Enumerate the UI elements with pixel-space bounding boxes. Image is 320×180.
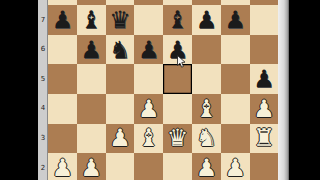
- black-pawn-h5[interactable]: ♟: [253, 67, 275, 91]
- square-b7[interactable]: ♝: [77, 5, 106, 35]
- white-pawn-a2[interactable]: ♟: [52, 156, 74, 180]
- black-pawn-b6[interactable]: ♟: [80, 38, 102, 62]
- square-g7[interactable]: ♟: [221, 5, 250, 35]
- square-f7[interactable]: ♟: [192, 5, 221, 35]
- rank-label-7: 7: [38, 17, 48, 24]
- square-d7[interactable]: [134, 5, 163, 35]
- board-right-edge: [278, 0, 289, 180]
- square-c2[interactable]: [106, 153, 135, 180]
- square-h4[interactable]: ♟: [250, 94, 279, 124]
- square-c3[interactable]: ♟: [106, 124, 135, 154]
- white-pawn-c3[interactable]: ♟: [109, 126, 131, 150]
- square-h3[interactable]: ♜: [250, 124, 279, 154]
- black-rook-a8[interactable]: ♜: [52, 0, 74, 2]
- square-a7[interactable]: ♟: [48, 5, 77, 35]
- square-e3[interactable]: ♛: [163, 124, 192, 154]
- white-bishop-d3[interactable]: ♝: [138, 126, 160, 150]
- black-knight-c6[interactable]: ♞: [109, 38, 131, 62]
- black-rook-f8[interactable]: ♜: [196, 0, 218, 2]
- square-e2[interactable]: [163, 153, 192, 180]
- square-e7[interactable]: ♝: [163, 5, 192, 35]
- white-pawn-d4[interactable]: ♟: [138, 97, 160, 121]
- square-f4[interactable]: ♝: [192, 94, 221, 124]
- square-d6[interactable]: ♟: [134, 35, 163, 65]
- chess-board[interactable]: ♜♜♚♟♝♛♝♟♟♟♞♟♟♟♟♝♟♟♝♛♞♜♟♟♟♟: [48, 0, 278, 180]
- square-d5[interactable]: [134, 64, 163, 94]
- white-pawn-h4[interactable]: ♟: [253, 97, 275, 121]
- square-c6[interactable]: ♞: [106, 35, 135, 65]
- square-b2[interactable]: ♟: [77, 153, 106, 180]
- white-pawn-g2[interactable]: ♟: [224, 156, 246, 180]
- rank-label-2: 2: [38, 165, 48, 172]
- black-pawn-d6[interactable]: ♟: [138, 38, 160, 62]
- black-king-g8[interactable]: ♚: [224, 0, 246, 2]
- square-a3[interactable]: [48, 124, 77, 154]
- rank-label-4: 4: [38, 105, 48, 112]
- square-g2[interactable]: ♟: [221, 153, 250, 180]
- square-a5[interactable]: [48, 64, 77, 94]
- square-d2[interactable]: [134, 153, 163, 180]
- rank-coordinates-gutter: 765432: [38, 0, 48, 180]
- square-f3[interactable]: ♞: [192, 124, 221, 154]
- square-h7[interactable]: [250, 5, 279, 35]
- white-knight-f3[interactable]: ♞: [196, 126, 218, 150]
- rank-label-6: 6: [38, 46, 48, 53]
- square-h2[interactable]: [250, 153, 279, 180]
- square-e5[interactable]: [163, 64, 192, 94]
- square-a6[interactable]: [48, 35, 77, 65]
- square-f2[interactable]: ♟: [192, 153, 221, 180]
- square-c4[interactable]: [106, 94, 135, 124]
- square-g6[interactable]: [221, 35, 250, 65]
- rank-label-5: 5: [38, 76, 48, 83]
- square-c7[interactable]: ♛: [106, 5, 135, 35]
- white-pawn-f2[interactable]: ♟: [196, 156, 218, 180]
- square-b3[interactable]: [77, 124, 106, 154]
- square-g5[interactable]: [221, 64, 250, 94]
- black-bishop-b7[interactable]: ♝: [80, 8, 102, 32]
- square-a4[interactable]: [48, 94, 77, 124]
- square-a2[interactable]: ♟: [48, 153, 77, 180]
- square-c5[interactable]: [106, 64, 135, 94]
- square-g3[interactable]: [221, 124, 250, 154]
- black-pawn-a7[interactable]: ♟: [52, 8, 74, 32]
- white-queen-e3[interactable]: ♛: [167, 126, 189, 150]
- rank-label-3: 3: [38, 135, 48, 142]
- white-bishop-f4[interactable]: ♝: [196, 97, 218, 121]
- square-e4[interactable]: [163, 94, 192, 124]
- square-h6[interactable]: [250, 35, 279, 65]
- square-h5[interactable]: ♟: [250, 64, 279, 94]
- black-queen-c7[interactable]: ♛: [109, 8, 131, 32]
- square-d3[interactable]: ♝: [134, 124, 163, 154]
- square-f5[interactable]: [192, 64, 221, 94]
- square-b6[interactable]: ♟: [77, 35, 106, 65]
- square-d4[interactable]: ♟: [134, 94, 163, 124]
- white-pawn-b2[interactable]: ♟: [80, 156, 102, 180]
- square-b5[interactable]: [77, 64, 106, 94]
- mouse-cursor: [177, 55, 186, 68]
- square-g4[interactable]: [221, 94, 250, 124]
- black-pawn-g7[interactable]: ♟: [224, 8, 246, 32]
- black-bishop-e7[interactable]: ♝: [167, 8, 189, 32]
- white-rook-h3[interactable]: ♜: [253, 126, 275, 150]
- square-b4[interactable]: [77, 94, 106, 124]
- black-pawn-f7[interactable]: ♟: [196, 8, 218, 32]
- square-f6[interactable]: [192, 35, 221, 65]
- chess-app-window: 765432 ♜♜♚♟♝♛♝♟♟♟♞♟♟♟♟♝♟♟♝♛♞♜♟♟♟♟: [0, 0, 320, 180]
